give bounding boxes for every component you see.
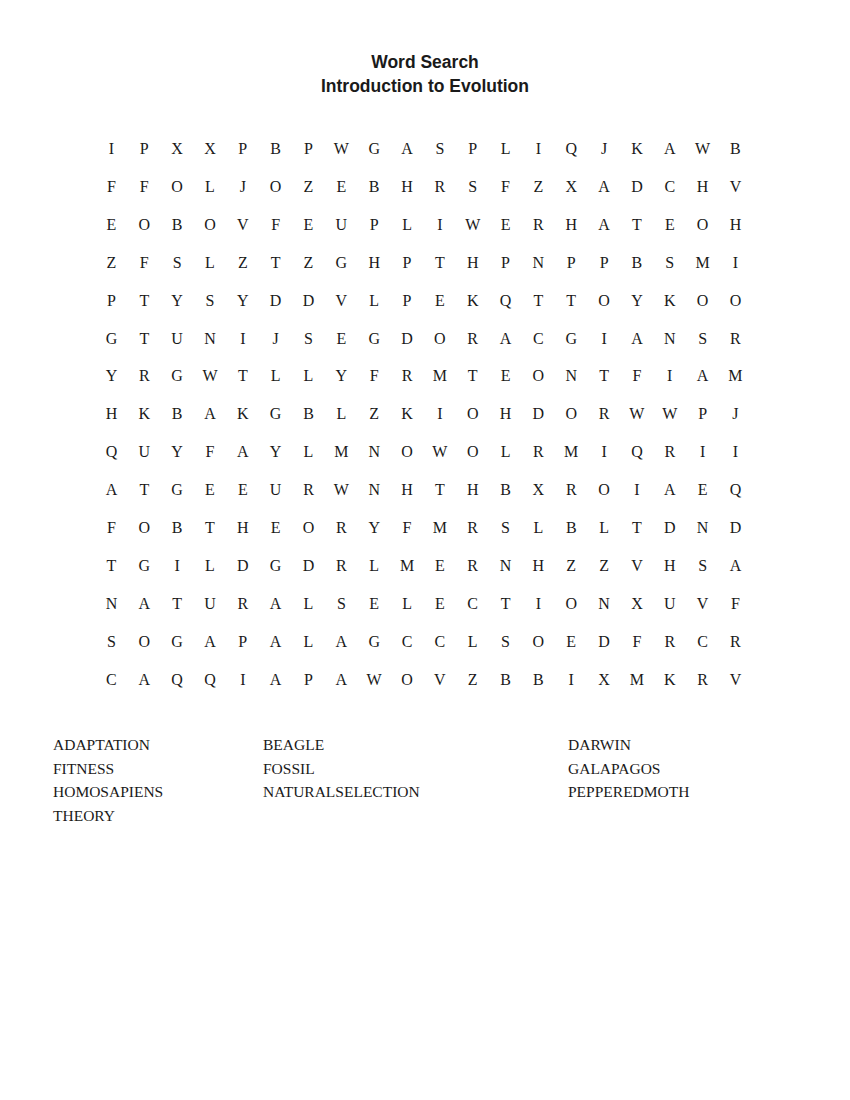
grid-cell-r1c5[interactable]: P	[226, 130, 259, 168]
grid-cell-r14c6[interactable]: A	[259, 623, 292, 661]
grid-cell-r14c2[interactable]: O	[128, 623, 161, 661]
grid-cell-r9c20[interactable]: I	[719, 433, 752, 471]
grid-cell-r4c5[interactable]: Z	[226, 244, 259, 282]
grid-cell-r10c2[interactable]: T	[128, 471, 161, 509]
grid-cell-r2c16[interactable]: A	[588, 168, 621, 206]
grid-cell-r5c12[interactable]: K	[456, 282, 489, 320]
grid-cell-r2c19[interactable]: H	[686, 168, 719, 206]
grid-cell-r1c17[interactable]: K	[621, 130, 654, 168]
grid-cell-r3c2[interactable]: O	[128, 206, 161, 244]
grid-cell-r13c19[interactable]: V	[686, 585, 719, 623]
grid-cell-r13c12[interactable]: C	[456, 585, 489, 623]
grid-cell-r12c15[interactable]: Z	[555, 547, 588, 585]
grid-cell-r3c6[interactable]: F	[259, 206, 292, 244]
grid-cell-r2c4[interactable]: L	[194, 168, 227, 206]
grid-cell-r14c11[interactable]: C	[423, 623, 456, 661]
grid-cell-r1c12[interactable]: P	[456, 130, 489, 168]
grid-cell-r2c9[interactable]: B	[358, 168, 391, 206]
grid-cell-r10c16[interactable]: O	[588, 471, 621, 509]
grid-cell-r1c2[interactable]: P	[128, 130, 161, 168]
grid-cell-r6c18[interactable]: N	[653, 320, 686, 358]
grid-cell-r8c20[interactable]: J	[719, 395, 752, 433]
grid-cell-r5c18[interactable]: K	[653, 282, 686, 320]
grid-cell-r12c11[interactable]: E	[423, 547, 456, 585]
grid-cell-r1c19[interactable]: W	[686, 130, 719, 168]
grid-cell-r4c7[interactable]: Z	[292, 244, 325, 282]
grid-cell-r13c8[interactable]: S	[325, 585, 358, 623]
grid-cell-r10c13[interactable]: B	[489, 471, 522, 509]
grid-cell-r7c20[interactable]: M	[719, 358, 752, 396]
grid-cell-r5c2[interactable]: T	[128, 282, 161, 320]
grid-cell-r12c14[interactable]: H	[522, 547, 555, 585]
grid-cell-r14c10[interactable]: C	[391, 623, 424, 661]
grid-cell-r8c2[interactable]: K	[128, 395, 161, 433]
grid-cell-r3c4[interactable]: O	[194, 206, 227, 244]
grid-cell-r2c17[interactable]: D	[621, 168, 654, 206]
grid-cell-r11c13[interactable]: S	[489, 509, 522, 547]
grid-cell-r12c8[interactable]: R	[325, 547, 358, 585]
grid-cell-r8c11[interactable]: I	[423, 395, 456, 433]
grid-cell-r6c8[interactable]: E	[325, 320, 358, 358]
grid-cell-r14c8[interactable]: A	[325, 623, 358, 661]
grid-cell-r15c16[interactable]: X	[588, 661, 621, 699]
grid-cell-r14c19[interactable]: C	[686, 623, 719, 661]
grid-cell-r2c15[interactable]: X	[555, 168, 588, 206]
grid-cell-r12c17[interactable]: V	[621, 547, 654, 585]
grid-cell-r15c2[interactable]: A	[128, 661, 161, 699]
grid-cell-r10c8[interactable]: W	[325, 471, 358, 509]
grid-cell-r4c4[interactable]: L	[194, 244, 227, 282]
grid-cell-r14c20[interactable]: R	[719, 623, 752, 661]
grid-cell-r15c9[interactable]: W	[358, 661, 391, 699]
grid-cell-r15c17[interactable]: M	[621, 661, 654, 699]
grid-cell-r13c17[interactable]: X	[621, 585, 654, 623]
grid-cell-r9c16[interactable]: I	[588, 433, 621, 471]
grid-cell-r11c1[interactable]: F	[95, 509, 128, 547]
grid-cell-r15c4[interactable]: Q	[194, 661, 227, 699]
grid-cell-r4c15[interactable]: P	[555, 244, 588, 282]
grid-cell-r13c18[interactable]: U	[653, 585, 686, 623]
grid-cell-r9c6[interactable]: Y	[259, 433, 292, 471]
grid-cell-r11c16[interactable]: L	[588, 509, 621, 547]
grid-cell-r15c10[interactable]: O	[391, 661, 424, 699]
grid-cell-r5c1[interactable]: P	[95, 282, 128, 320]
grid-cell-r2c7[interactable]: Z	[292, 168, 325, 206]
grid-cell-r10c10[interactable]: H	[391, 471, 424, 509]
grid-cell-r9c5[interactable]: A	[226, 433, 259, 471]
grid-cell-r4c10[interactable]: P	[391, 244, 424, 282]
grid-cell-r9c11[interactable]: W	[423, 433, 456, 471]
grid-cell-r14c18[interactable]: R	[653, 623, 686, 661]
grid-cell-r1c8[interactable]: W	[325, 130, 358, 168]
grid-cell-r2c18[interactable]: C	[653, 168, 686, 206]
grid-cell-r5c11[interactable]: E	[423, 282, 456, 320]
grid-cell-r1c20[interactable]: B	[719, 130, 752, 168]
grid-cell-r13c9[interactable]: E	[358, 585, 391, 623]
grid-cell-r1c16[interactable]: J	[588, 130, 621, 168]
grid-cell-r12c3[interactable]: I	[161, 547, 194, 585]
grid-cell-r7c7[interactable]: L	[292, 358, 325, 396]
grid-cell-r5c9[interactable]: L	[358, 282, 391, 320]
grid-cell-r11c3[interactable]: B	[161, 509, 194, 547]
grid-cell-r9c15[interactable]: M	[555, 433, 588, 471]
grid-cell-r13c14[interactable]: I	[522, 585, 555, 623]
grid-cell-r13c11[interactable]: E	[423, 585, 456, 623]
grid-cell-r11c14[interactable]: L	[522, 509, 555, 547]
grid-cell-r12c4[interactable]: L	[194, 547, 227, 585]
grid-cell-r3c11[interactable]: I	[423, 206, 456, 244]
grid-cell-r1c9[interactable]: G	[358, 130, 391, 168]
grid-cell-r9c18[interactable]: R	[653, 433, 686, 471]
grid-cell-r10c4[interactable]: E	[194, 471, 227, 509]
grid-cell-r4c9[interactable]: H	[358, 244, 391, 282]
grid-cell-r8c1[interactable]: H	[95, 395, 128, 433]
grid-cell-r5c8[interactable]: V	[325, 282, 358, 320]
grid-cell-r6c9[interactable]: G	[358, 320, 391, 358]
grid-cell-r1c10[interactable]: A	[391, 130, 424, 168]
grid-cell-r7c5[interactable]: T	[226, 358, 259, 396]
grid-cell-r11c9[interactable]: Y	[358, 509, 391, 547]
grid-cell-r3c1[interactable]: E	[95, 206, 128, 244]
grid-cell-r1c14[interactable]: I	[522, 130, 555, 168]
grid-cell-r9c1[interactable]: Q	[95, 433, 128, 471]
grid-cell-r11c2[interactable]: O	[128, 509, 161, 547]
grid-cell-r14c12[interactable]: L	[456, 623, 489, 661]
grid-cell-r9c12[interactable]: O	[456, 433, 489, 471]
grid-cell-r2c1[interactable]: F	[95, 168, 128, 206]
grid-cell-r10c18[interactable]: A	[653, 471, 686, 509]
grid-cell-r3c12[interactable]: W	[456, 206, 489, 244]
grid-cell-r4c12[interactable]: H	[456, 244, 489, 282]
grid-cell-r12c18[interactable]: H	[653, 547, 686, 585]
grid-cell-r7c17[interactable]: F	[621, 358, 654, 396]
grid-cell-r12c5[interactable]: D	[226, 547, 259, 585]
grid-cell-r5c19[interactable]: O	[686, 282, 719, 320]
grid-cell-r11c5[interactable]: H	[226, 509, 259, 547]
grid-cell-r3c8[interactable]: U	[325, 206, 358, 244]
grid-cell-r3c20[interactable]: H	[719, 206, 752, 244]
grid-cell-r7c10[interactable]: R	[391, 358, 424, 396]
grid-cell-r8c6[interactable]: G	[259, 395, 292, 433]
grid-cell-r10c20[interactable]: Q	[719, 471, 752, 509]
grid-cell-r6c13[interactable]: A	[489, 320, 522, 358]
grid-cell-r14c1[interactable]: S	[95, 623, 128, 661]
grid-cell-r9c7[interactable]: L	[292, 433, 325, 471]
grid-cell-r3c19[interactable]: O	[686, 206, 719, 244]
grid-cell-r4c1[interactable]: Z	[95, 244, 128, 282]
grid-cell-r14c17[interactable]: F	[621, 623, 654, 661]
grid-cell-r8c19[interactable]: P	[686, 395, 719, 433]
grid-cell-r11c6[interactable]: E	[259, 509, 292, 547]
grid-cell-r8c14[interactable]: D	[522, 395, 555, 433]
grid-cell-r6c3[interactable]: U	[161, 320, 194, 358]
grid-cell-r2c10[interactable]: H	[391, 168, 424, 206]
grid-cell-r9c2[interactable]: U	[128, 433, 161, 471]
grid-cell-r12c10[interactable]: M	[391, 547, 424, 585]
grid-cell-r5c13[interactable]: Q	[489, 282, 522, 320]
grid-cell-r9c17[interactable]: Q	[621, 433, 654, 471]
grid-cell-r15c19[interactable]: R	[686, 661, 719, 699]
grid-cell-r7c3[interactable]: G	[161, 358, 194, 396]
grid-cell-r15c11[interactable]: V	[423, 661, 456, 699]
grid-cell-r7c6[interactable]: L	[259, 358, 292, 396]
grid-cell-r1c7[interactable]: P	[292, 130, 325, 168]
grid-cell-r12c1[interactable]: T	[95, 547, 128, 585]
grid-cell-r6c15[interactable]: G	[555, 320, 588, 358]
grid-cell-r4c14[interactable]: N	[522, 244, 555, 282]
grid-cell-r3c10[interactable]: L	[391, 206, 424, 244]
grid-cell-r9c19[interactable]: I	[686, 433, 719, 471]
grid-cell-r13c2[interactable]: A	[128, 585, 161, 623]
grid-cell-r11c15[interactable]: B	[555, 509, 588, 547]
grid-cell-r3c14[interactable]: R	[522, 206, 555, 244]
grid-cell-r7c16[interactable]: T	[588, 358, 621, 396]
grid-cell-r11c17[interactable]: T	[621, 509, 654, 547]
grid-cell-r6c4[interactable]: N	[194, 320, 227, 358]
grid-cell-r8c5[interactable]: K	[226, 395, 259, 433]
grid-cell-r1c4[interactable]: X	[194, 130, 227, 168]
grid-cell-r13c4[interactable]: U	[194, 585, 227, 623]
grid-cell-r8c15[interactable]: O	[555, 395, 588, 433]
grid-cell-r4c18[interactable]: S	[653, 244, 686, 282]
grid-cell-r2c5[interactable]: J	[226, 168, 259, 206]
grid-cell-r4c3[interactable]: S	[161, 244, 194, 282]
grid-cell-r3c17[interactable]: T	[621, 206, 654, 244]
grid-cell-r7c18[interactable]: I	[653, 358, 686, 396]
grid-cell-r15c7[interactable]: P	[292, 661, 325, 699]
grid-cell-r12c19[interactable]: S	[686, 547, 719, 585]
grid-cell-r10c9[interactable]: N	[358, 471, 391, 509]
grid-cell-r12c2[interactable]: G	[128, 547, 161, 585]
grid-cell-r9c14[interactable]: R	[522, 433, 555, 471]
grid-cell-r5c4[interactable]: S	[194, 282, 227, 320]
grid-cell-r3c13[interactable]: E	[489, 206, 522, 244]
grid-cell-r6c7[interactable]: S	[292, 320, 325, 358]
grid-cell-r5c10[interactable]: P	[391, 282, 424, 320]
grid-cell-r9c10[interactable]: O	[391, 433, 424, 471]
grid-cell-r13c1[interactable]: N	[95, 585, 128, 623]
grid-cell-r4c20[interactable]: I	[719, 244, 752, 282]
grid-cell-r10c15[interactable]: R	[555, 471, 588, 509]
grid-cell-r8c17[interactable]: W	[621, 395, 654, 433]
grid-cell-r5c16[interactable]: O	[588, 282, 621, 320]
grid-cell-r12c7[interactable]: D	[292, 547, 325, 585]
grid-cell-r13c15[interactable]: O	[555, 585, 588, 623]
grid-cell-r4c19[interactable]: M	[686, 244, 719, 282]
grid-cell-r8c18[interactable]: W	[653, 395, 686, 433]
grid-cell-r15c15[interactable]: I	[555, 661, 588, 699]
grid-cell-r6c1[interactable]: G	[95, 320, 128, 358]
grid-cell-r15c6[interactable]: A	[259, 661, 292, 699]
grid-cell-r14c9[interactable]: G	[358, 623, 391, 661]
grid-cell-r6c6[interactable]: J	[259, 320, 292, 358]
grid-cell-r15c3[interactable]: Q	[161, 661, 194, 699]
grid-cell-r7c9[interactable]: F	[358, 358, 391, 396]
grid-cell-r13c16[interactable]: N	[588, 585, 621, 623]
grid-cell-r5c7[interactable]: D	[292, 282, 325, 320]
grid-cell-r6c10[interactable]: D	[391, 320, 424, 358]
grid-cell-r3c5[interactable]: V	[226, 206, 259, 244]
grid-cell-r13c20[interactable]: F	[719, 585, 752, 623]
grid-cell-r10c12[interactable]: H	[456, 471, 489, 509]
grid-cell-r10c17[interactable]: I	[621, 471, 654, 509]
grid-cell-r15c12[interactable]: Z	[456, 661, 489, 699]
grid-cell-r14c3[interactable]: G	[161, 623, 194, 661]
grid-cell-r8c7[interactable]: B	[292, 395, 325, 433]
grid-cell-r8c4[interactable]: A	[194, 395, 227, 433]
grid-cell-r14c16[interactable]: D	[588, 623, 621, 661]
grid-cell-r6c16[interactable]: I	[588, 320, 621, 358]
grid-cell-r4c16[interactable]: P	[588, 244, 621, 282]
grid-cell-r13c13[interactable]: T	[489, 585, 522, 623]
grid-cell-r10c7[interactable]: R	[292, 471, 325, 509]
grid-cell-r8c16[interactable]: R	[588, 395, 621, 433]
grid-cell-r14c4[interactable]: A	[194, 623, 227, 661]
grid-cell-r4c13[interactable]: P	[489, 244, 522, 282]
grid-cell-r11c8[interactable]: R	[325, 509, 358, 547]
grid-cell-r1c3[interactable]: X	[161, 130, 194, 168]
grid-cell-r11c4[interactable]: T	[194, 509, 227, 547]
grid-cell-r10c14[interactable]: X	[522, 471, 555, 509]
grid-cell-r15c1[interactable]: C	[95, 661, 128, 699]
grid-cell-r4c2[interactable]: F	[128, 244, 161, 282]
grid-cell-r4c6[interactable]: T	[259, 244, 292, 282]
grid-cell-r15c5[interactable]: I	[226, 661, 259, 699]
grid-cell-r6c5[interactable]: I	[226, 320, 259, 358]
grid-cell-r8c3[interactable]: B	[161, 395, 194, 433]
grid-cell-r2c20[interactable]: V	[719, 168, 752, 206]
grid-cell-r15c13[interactable]: B	[489, 661, 522, 699]
grid-cell-r12c12[interactable]: R	[456, 547, 489, 585]
grid-cell-r7c8[interactable]: Y	[325, 358, 358, 396]
grid-cell-r12c20[interactable]: A	[719, 547, 752, 585]
grid-cell-r4c8[interactable]: G	[325, 244, 358, 282]
grid-cell-r14c5[interactable]: P	[226, 623, 259, 661]
grid-cell-r10c6[interactable]: U	[259, 471, 292, 509]
grid-cell-r3c7[interactable]: E	[292, 206, 325, 244]
grid-cell-r1c15[interactable]: Q	[555, 130, 588, 168]
grid-cell-r5c15[interactable]: T	[555, 282, 588, 320]
grid-cell-r15c18[interactable]: K	[653, 661, 686, 699]
grid-cell-r1c6[interactable]: B	[259, 130, 292, 168]
grid-cell-r11c20[interactable]: D	[719, 509, 752, 547]
grid-cell-r11c12[interactable]: R	[456, 509, 489, 547]
grid-cell-r6c12[interactable]: R	[456, 320, 489, 358]
grid-cell-r5c14[interactable]: T	[522, 282, 555, 320]
grid-cell-r9c3[interactable]: Y	[161, 433, 194, 471]
grid-cell-r1c18[interactable]: A	[653, 130, 686, 168]
grid-cell-r12c16[interactable]: Z	[588, 547, 621, 585]
grid-cell-r8c13[interactable]: H	[489, 395, 522, 433]
grid-cell-r6c14[interactable]: C	[522, 320, 555, 358]
grid-cell-r2c2[interactable]: F	[128, 168, 161, 206]
grid-cell-r2c13[interactable]: F	[489, 168, 522, 206]
grid-cell-r9c13[interactable]: L	[489, 433, 522, 471]
grid-cell-r2c11[interactable]: R	[423, 168, 456, 206]
grid-cell-r14c13[interactable]: S	[489, 623, 522, 661]
grid-cell-r5c20[interactable]: O	[719, 282, 752, 320]
grid-cell-r13c5[interactable]: R	[226, 585, 259, 623]
grid-cell-r5c17[interactable]: Y	[621, 282, 654, 320]
grid-cell-r10c3[interactable]: G	[161, 471, 194, 509]
grid-cell-r13c6[interactable]: A	[259, 585, 292, 623]
grid-cell-r1c13[interactable]: L	[489, 130, 522, 168]
grid-cell-r11c7[interactable]: O	[292, 509, 325, 547]
grid-cell-r13c3[interactable]: T	[161, 585, 194, 623]
grid-cell-r2c8[interactable]: E	[325, 168, 358, 206]
grid-cell-r15c20[interactable]: V	[719, 661, 752, 699]
grid-cell-r3c9[interactable]: P	[358, 206, 391, 244]
grid-cell-r11c11[interactable]: M	[423, 509, 456, 547]
grid-cell-r11c10[interactable]: F	[391, 509, 424, 547]
grid-cell-r14c14[interactable]: O	[522, 623, 555, 661]
grid-cell-r2c14[interactable]: Z	[522, 168, 555, 206]
grid-cell-r7c15[interactable]: N	[555, 358, 588, 396]
grid-cell-r8c10[interactable]: K	[391, 395, 424, 433]
grid-cell-r2c6[interactable]: O	[259, 168, 292, 206]
grid-cell-r5c6[interactable]: D	[259, 282, 292, 320]
grid-cell-r9c9[interactable]: N	[358, 433, 391, 471]
grid-cell-r3c3[interactable]: B	[161, 206, 194, 244]
grid-cell-r9c8[interactable]: M	[325, 433, 358, 471]
grid-cell-r4c11[interactable]: T	[423, 244, 456, 282]
grid-cell-r12c13[interactable]: N	[489, 547, 522, 585]
grid-cell-r14c15[interactable]: E	[555, 623, 588, 661]
grid-cell-r12c9[interactable]: L	[358, 547, 391, 585]
grid-cell-r10c19[interactable]: E	[686, 471, 719, 509]
grid-cell-r1c11[interactable]: S	[423, 130, 456, 168]
grid-cell-r5c3[interactable]: Y	[161, 282, 194, 320]
grid-cell-r7c12[interactable]: T	[456, 358, 489, 396]
grid-cell-r3c16[interactable]: A	[588, 206, 621, 244]
grid-cell-r7c4[interactable]: W	[194, 358, 227, 396]
grid-cell-r14c7[interactable]: L	[292, 623, 325, 661]
grid-cell-r7c13[interactable]: E	[489, 358, 522, 396]
grid-cell-r3c15[interactable]: H	[555, 206, 588, 244]
grid-cell-r12c6[interactable]: G	[259, 547, 292, 585]
grid-cell-r7c11[interactable]: M	[423, 358, 456, 396]
grid-cell-r7c14[interactable]: O	[522, 358, 555, 396]
grid-cell-r6c19[interactable]: S	[686, 320, 719, 358]
grid-cell-r8c12[interactable]: O	[456, 395, 489, 433]
grid-cell-r7c1[interactable]: Y	[95, 358, 128, 396]
grid-cell-r6c20[interactable]: R	[719, 320, 752, 358]
grid-cell-r7c2[interactable]: R	[128, 358, 161, 396]
grid-cell-r11c18[interactable]: D	[653, 509, 686, 547]
grid-cell-r10c5[interactable]: E	[226, 471, 259, 509]
grid-cell-r9c4[interactable]: F	[194, 433, 227, 471]
grid-cell-r8c8[interactable]: L	[325, 395, 358, 433]
grid-cell-r10c1[interactable]: A	[95, 471, 128, 509]
grid-cell-r8c9[interactable]: Z	[358, 395, 391, 433]
grid-cell-r13c7[interactable]: L	[292, 585, 325, 623]
grid-cell-r11c19[interactable]: N	[686, 509, 719, 547]
grid-cell-r4c17[interactable]: B	[621, 244, 654, 282]
grid-cell-r2c12[interactable]: S	[456, 168, 489, 206]
grid-cell-r3c18[interactable]: E	[653, 206, 686, 244]
grid-cell-r1c1[interactable]: I	[95, 130, 128, 168]
grid-cell-r13c10[interactable]: L	[391, 585, 424, 623]
grid-cell-r6c2[interactable]: T	[128, 320, 161, 358]
grid-cell-r7c19[interactable]: A	[686, 358, 719, 396]
grid-cell-r6c11[interactable]: O	[423, 320, 456, 358]
grid-cell-r5c5[interactable]: Y	[226, 282, 259, 320]
grid-cell-r15c14[interactable]: B	[522, 661, 555, 699]
grid-cell-r6c17[interactable]: A	[621, 320, 654, 358]
grid-cell-r10c11[interactable]: T	[423, 471, 456, 509]
grid-cell-r2c3[interactable]: O	[161, 168, 194, 206]
grid-cell-r15c8[interactable]: A	[325, 661, 358, 699]
